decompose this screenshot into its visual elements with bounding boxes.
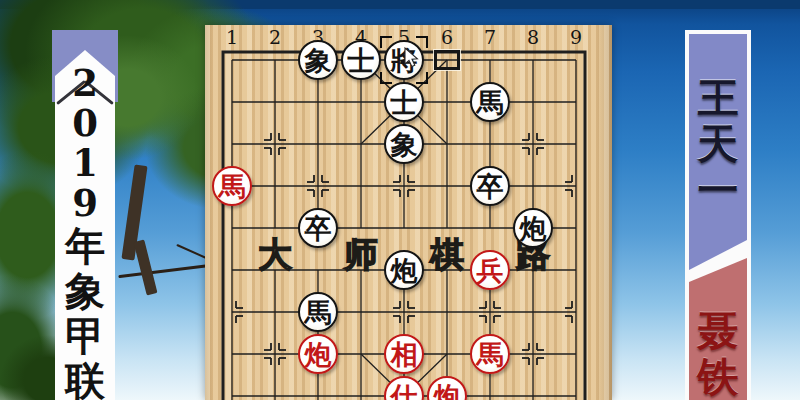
event-title-char: 甲 xyxy=(52,313,118,358)
column-label-7: 7 xyxy=(477,25,503,49)
piece-red-炮[interactable]: 炮 xyxy=(298,334,338,374)
river-watermark-char: 大 xyxy=(255,234,295,274)
player-name-char: 天 xyxy=(685,121,751,167)
event-title-char: 2 xyxy=(52,63,118,103)
player-name-top: 王天一 xyxy=(685,75,751,213)
piece-black-馬[interactable]: 馬 xyxy=(298,292,338,332)
river-watermark-char: 师 xyxy=(341,234,381,274)
event-title-char: 联 xyxy=(52,358,118,400)
column-label-1: 1 xyxy=(219,25,245,49)
piece-red-馬[interactable]: 馬 xyxy=(470,334,510,374)
last-move-from-marker xyxy=(434,50,460,70)
piece-black-卒[interactable]: 卒 xyxy=(470,166,510,206)
column-label-8: 8 xyxy=(520,25,546,49)
event-title-char: 0 xyxy=(52,103,118,143)
piece-black-士[interactable]: 士 xyxy=(384,82,424,122)
player-name-char: 一 xyxy=(685,167,751,213)
player-name-char: 聂 xyxy=(685,308,751,354)
xiangqi-board-panel: 123456789 大师棋路 象士將士馬象馬卒卒炮炮兵馬炮相馬仕炮 xyxy=(205,25,612,400)
player-name-char: 铁 xyxy=(685,354,751,400)
piece-red-兵[interactable]: 兵 xyxy=(470,250,510,290)
piece-red-相[interactable]: 相 xyxy=(384,334,424,374)
event-title-vertical: 2019年象甲联 xyxy=(52,63,118,400)
right-players-banner: 王天一 聂铁 xyxy=(685,30,751,400)
piece-black-炮[interactable]: 炮 xyxy=(513,208,553,248)
column-label-2: 2 xyxy=(262,25,288,49)
thumbnail-stage: 123456789 大师棋路 象士將士馬象馬卒卒炮炮兵馬炮相馬仕炮 2019年象… xyxy=(0,0,800,400)
piece-black-士[interactable]: 士 xyxy=(341,40,381,80)
mouse-cursor-icon xyxy=(403,47,421,69)
event-title-char: 象 xyxy=(52,268,118,313)
column-label-9: 9 xyxy=(563,25,589,49)
piece-black-馬[interactable]: 馬 xyxy=(470,82,510,122)
column-label-6: 6 xyxy=(434,25,460,49)
event-title-char: 1 xyxy=(52,143,118,183)
piece-red-馬[interactable]: 馬 xyxy=(212,166,252,206)
piece-black-卒[interactable]: 卒 xyxy=(298,208,338,248)
left-event-banner: 2019年象甲联 xyxy=(52,30,118,400)
player-name-char: 王 xyxy=(685,75,751,121)
event-title-char: 9 xyxy=(52,183,118,223)
river-watermark-char: 棋 xyxy=(427,234,467,274)
piece-black-象[interactable]: 象 xyxy=(298,40,338,80)
piece-black-象[interactable]: 象 xyxy=(384,124,424,164)
event-title-char: 年 xyxy=(52,223,118,268)
player-name-bottom: 聂铁 xyxy=(685,308,751,400)
piece-black-炮[interactable]: 炮 xyxy=(384,250,424,290)
